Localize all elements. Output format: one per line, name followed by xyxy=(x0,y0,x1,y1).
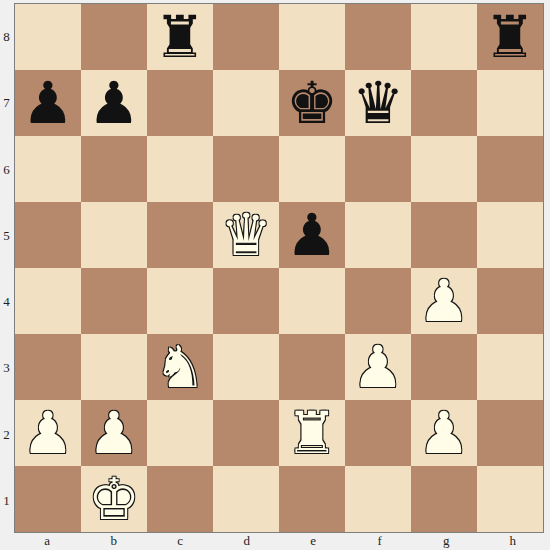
square-f4[interactable] xyxy=(345,268,411,334)
square-e5[interactable]: ♟ xyxy=(279,202,345,268)
rank-label-7: 7 xyxy=(0,70,13,136)
piece-black-pawn[interactable]: ♟ xyxy=(81,70,147,136)
rank-label-1: 1 xyxy=(0,468,13,534)
square-c6[interactable] xyxy=(147,136,213,202)
piece-black-king[interactable]: ♚ xyxy=(279,70,345,136)
rank-labels: 87654321 xyxy=(0,4,13,534)
square-d3[interactable] xyxy=(213,334,279,400)
piece-black-rook[interactable]: ♜ xyxy=(477,4,543,70)
square-b6[interactable] xyxy=(81,136,147,202)
piece-white-rook[interactable]: ♜ xyxy=(279,400,345,466)
rank-label-3: 3 xyxy=(0,335,13,401)
square-f6[interactable] xyxy=(345,136,411,202)
file-label-c: c xyxy=(147,532,214,550)
square-d8[interactable] xyxy=(213,4,279,70)
square-c1[interactable] xyxy=(147,466,213,532)
square-b4[interactable] xyxy=(81,268,147,334)
square-b7[interactable]: ♟ xyxy=(81,70,147,136)
square-b2[interactable]: ♟ xyxy=(81,400,147,466)
square-d5[interactable]: ♛ xyxy=(213,202,279,268)
square-d2[interactable] xyxy=(213,400,279,466)
piece-white-pawn[interactable]: ♟ xyxy=(411,268,477,334)
piece-white-pawn[interactable]: ♟ xyxy=(345,334,411,400)
square-c8[interactable]: ♜ xyxy=(147,4,213,70)
piece-black-rook[interactable]: ♜ xyxy=(147,4,213,70)
square-e7[interactable]: ♚ xyxy=(279,70,345,136)
rank-label-5: 5 xyxy=(0,203,13,269)
square-d1[interactable] xyxy=(213,466,279,532)
square-a4[interactable] xyxy=(15,268,81,334)
chess-diagram: 87654321 ♜♜♟♟♚♛♛♟♟♞♟♟♟♜♟♚ abcdefgh xyxy=(0,0,550,550)
rank-label-2: 2 xyxy=(0,402,13,468)
square-e6[interactable] xyxy=(279,136,345,202)
square-e8[interactable] xyxy=(279,4,345,70)
square-e4[interactable] xyxy=(279,268,345,334)
square-h7[interactable] xyxy=(477,70,543,136)
square-f2[interactable] xyxy=(345,400,411,466)
square-b5[interactable] xyxy=(81,202,147,268)
rank-label-4: 4 xyxy=(0,269,13,335)
file-label-d: d xyxy=(214,532,281,550)
square-h1[interactable] xyxy=(477,466,543,532)
piece-white-queen[interactable]: ♛ xyxy=(213,202,279,268)
square-a3[interactable] xyxy=(15,334,81,400)
square-g7[interactable] xyxy=(411,70,477,136)
square-g6[interactable] xyxy=(411,136,477,202)
square-h5[interactable] xyxy=(477,202,543,268)
square-h6[interactable] xyxy=(477,136,543,202)
file-label-a: a xyxy=(14,532,81,550)
square-e2[interactable]: ♜ xyxy=(279,400,345,466)
square-h4[interactable] xyxy=(477,268,543,334)
rank-label-8: 8 xyxy=(0,4,13,70)
square-a7[interactable]: ♟ xyxy=(15,70,81,136)
piece-white-pawn[interactable]: ♟ xyxy=(411,400,477,466)
square-g5[interactable] xyxy=(411,202,477,268)
square-f3[interactable]: ♟ xyxy=(345,334,411,400)
file-label-g: g xyxy=(413,532,480,550)
piece-white-pawn[interactable]: ♟ xyxy=(15,400,81,466)
square-b1[interactable]: ♚ xyxy=(81,466,147,532)
square-e1[interactable] xyxy=(279,466,345,532)
file-label-h: h xyxy=(480,532,547,550)
piece-white-pawn[interactable]: ♟ xyxy=(81,400,147,466)
square-c2[interactable] xyxy=(147,400,213,466)
square-c7[interactable] xyxy=(147,70,213,136)
rank-label-6: 6 xyxy=(0,137,13,203)
square-g8[interactable] xyxy=(411,4,477,70)
square-b3[interactable] xyxy=(81,334,147,400)
square-c4[interactable] xyxy=(147,268,213,334)
square-h2[interactable] xyxy=(477,400,543,466)
piece-black-pawn[interactable]: ♟ xyxy=(279,202,345,268)
piece-white-knight[interactable]: ♞ xyxy=(147,334,213,400)
square-e3[interactable] xyxy=(279,334,345,400)
square-d6[interactable] xyxy=(213,136,279,202)
square-b8[interactable] xyxy=(81,4,147,70)
square-c5[interactable] xyxy=(147,202,213,268)
square-d7[interactable] xyxy=(213,70,279,136)
chess-board: ♜♜♟♟♚♛♛♟♟♞♟♟♟♜♟♚ xyxy=(14,3,544,533)
square-a1[interactable] xyxy=(15,466,81,532)
square-a5[interactable] xyxy=(15,202,81,268)
square-f8[interactable] xyxy=(345,4,411,70)
file-labels: abcdefgh xyxy=(14,532,546,550)
piece-white-king[interactable]: ♚ xyxy=(81,466,147,532)
square-g1[interactable] xyxy=(411,466,477,532)
square-g2[interactable]: ♟ xyxy=(411,400,477,466)
square-g4[interactable]: ♟ xyxy=(411,268,477,334)
piece-black-queen[interactable]: ♛ xyxy=(345,70,411,136)
file-label-e: e xyxy=(280,532,347,550)
piece-black-pawn[interactable]: ♟ xyxy=(15,70,81,136)
square-h3[interactable] xyxy=(477,334,543,400)
square-a2[interactable]: ♟ xyxy=(15,400,81,466)
square-g3[interactable] xyxy=(411,334,477,400)
square-a6[interactable] xyxy=(15,136,81,202)
square-f1[interactable] xyxy=(345,466,411,532)
square-c3[interactable]: ♞ xyxy=(147,334,213,400)
square-f5[interactable] xyxy=(345,202,411,268)
square-d4[interactable] xyxy=(213,268,279,334)
square-a8[interactable] xyxy=(15,4,81,70)
square-h8[interactable]: ♜ xyxy=(477,4,543,70)
square-f7[interactable]: ♛ xyxy=(345,70,411,136)
file-label-b: b xyxy=(81,532,148,550)
file-label-f: f xyxy=(347,532,414,550)
